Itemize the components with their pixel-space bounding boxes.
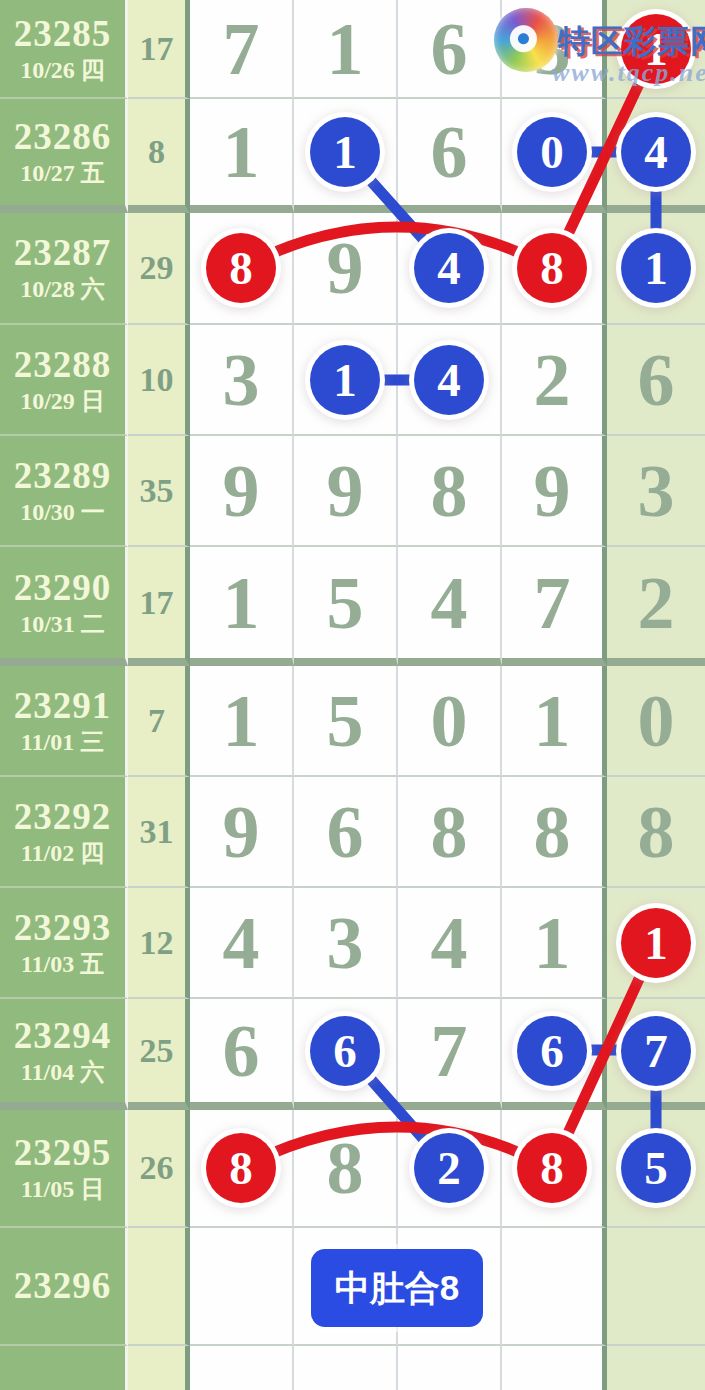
circled-digit-blue: 0 bbox=[517, 117, 587, 187]
digit-cell: 6 bbox=[607, 325, 705, 436]
sum-cell: 12 bbox=[128, 888, 190, 999]
draw-row-23285: 2328510/26 四1771631 bbox=[0, 0, 705, 99]
digit: 1 bbox=[223, 115, 260, 189]
circled-digit-red: 1 bbox=[621, 14, 691, 84]
sum-cell: 25 bbox=[128, 999, 190, 1110]
digit-cell: 8 bbox=[502, 213, 607, 325]
issue-cell: 2329311/03 五 bbox=[0, 888, 128, 999]
issue-cell: 2329111/01 三 bbox=[0, 666, 128, 777]
digit-cell: 9 bbox=[294, 213, 398, 325]
digit: 5 bbox=[327, 566, 364, 640]
digit-cell: 6 bbox=[294, 777, 398, 888]
digit: 1 bbox=[327, 12, 364, 86]
digit-cell bbox=[502, 1228, 607, 1346]
issue-date: 10/30 一 bbox=[20, 497, 105, 527]
digit: 0 bbox=[431, 684, 468, 758]
issue-cell: 2328510/26 四 bbox=[0, 0, 128, 99]
digit-cell: 5 bbox=[607, 1110, 705, 1228]
circled-digit-blue: 7 bbox=[621, 1016, 691, 1086]
circled-digit-red: 8 bbox=[206, 1133, 276, 1203]
issue-number: 23296 bbox=[14, 1265, 112, 1307]
issue-cell: 23296 bbox=[0, 1228, 128, 1346]
circled-digit-blue: 1 bbox=[310, 345, 380, 415]
draw-row-23290: 2329010/31 二1715472 bbox=[0, 547, 705, 666]
sum-cell: 17 bbox=[128, 547, 190, 666]
circled-digit-blue: 6 bbox=[310, 1016, 380, 1086]
digit: 1 bbox=[223, 566, 260, 640]
digit-cell: 8 bbox=[398, 436, 502, 547]
sum-cell: 31 bbox=[128, 777, 190, 888]
digit: 6 bbox=[431, 12, 468, 86]
digit: 8 bbox=[638, 795, 675, 869]
digit: 8 bbox=[431, 454, 468, 528]
digit: 8 bbox=[327, 1131, 364, 1205]
digit-cell: 1 bbox=[294, 325, 398, 436]
circled-digit-red: 8 bbox=[206, 233, 276, 303]
digit: 3 bbox=[327, 906, 364, 980]
digit-cell: 6 bbox=[398, 0, 502, 99]
digit: 0 bbox=[638, 684, 675, 758]
digit-cell: 6 bbox=[294, 999, 398, 1110]
draw-row-23295: 2329511/05 日2688285 bbox=[0, 1110, 705, 1228]
issue-number: 23289 bbox=[14, 455, 112, 497]
digit-cell: 2 bbox=[607, 547, 705, 666]
digit: 4 bbox=[223, 906, 260, 980]
digit-cell: 1 bbox=[190, 547, 294, 666]
draw-row-23292: 2329211/02 四3196888 bbox=[0, 777, 705, 888]
draw-row-23288: 2328810/29 日1031426 bbox=[0, 325, 705, 436]
circled-digit-blue: 4 bbox=[414, 345, 484, 415]
issue-date: 11/03 五 bbox=[21, 949, 104, 979]
digit-cell: 4 bbox=[398, 325, 502, 436]
digit: 1 bbox=[534, 906, 571, 980]
digit-cell: 8 bbox=[502, 1110, 607, 1228]
draw-rows: 2328510/26 四17716312328610/27 五811604232… bbox=[0, 0, 705, 1390]
issue-date: 11/04 六 bbox=[21, 1057, 104, 1087]
sum-cell: 10 bbox=[128, 325, 190, 436]
digit: 3 bbox=[534, 12, 571, 86]
digit-cell: 9 bbox=[190, 436, 294, 547]
circled-digit-red: 8 bbox=[517, 1133, 587, 1203]
issue-cell: 2329511/05 日 bbox=[0, 1110, 128, 1228]
circled-digit-red: 1 bbox=[621, 908, 691, 978]
issue-number: 23294 bbox=[14, 1015, 112, 1057]
digit-cell: 3 bbox=[190, 325, 294, 436]
sum-cell: 8 bbox=[128, 99, 190, 213]
digit-cell: 9 bbox=[294, 436, 398, 547]
digit: 8 bbox=[534, 795, 571, 869]
digit-cell: 9 bbox=[190, 777, 294, 888]
digit: 6 bbox=[223, 1014, 260, 1088]
issue-date: 10/27 五 bbox=[20, 158, 105, 188]
sum-cell: 17 bbox=[128, 0, 190, 99]
draw-row-23293: 2329311/03 五1243411 bbox=[0, 888, 705, 999]
digit-cell: 9 bbox=[502, 436, 607, 547]
circled-digit-blue: 1 bbox=[310, 117, 380, 187]
sum-cell: 29 bbox=[128, 213, 190, 325]
digit: 6 bbox=[638, 343, 675, 417]
issue-date: 11/01 三 bbox=[21, 727, 104, 757]
digit-cell: 8 bbox=[502, 777, 607, 888]
draw-row-23291: 2329111/01 三715010 bbox=[0, 666, 705, 777]
draw-row-23294: 2329411/04 六2566767 bbox=[0, 999, 705, 1110]
partial-cell bbox=[502, 1346, 607, 1390]
issue-date: 10/31 二 bbox=[20, 609, 105, 639]
partial-cell bbox=[0, 1346, 128, 1390]
digit-cell: 1 bbox=[294, 99, 398, 213]
digit-cell: 4 bbox=[398, 213, 502, 325]
issue-cell: 2328910/30 一 bbox=[0, 436, 128, 547]
digit-cell: 7 bbox=[607, 999, 705, 1110]
digit-cell: 4 bbox=[398, 888, 502, 999]
digit: 3 bbox=[638, 454, 675, 528]
digit-cell: 6 bbox=[502, 999, 607, 1110]
digit-cell: 2 bbox=[502, 325, 607, 436]
digit: 4 bbox=[431, 566, 468, 640]
digit-cell: 1 bbox=[502, 666, 607, 777]
digit-cell: 8 bbox=[398, 777, 502, 888]
digit-cell: 1 bbox=[294, 0, 398, 99]
digit: 5 bbox=[327, 684, 364, 758]
issue-number: 23292 bbox=[14, 796, 112, 838]
digit: 2 bbox=[638, 566, 675, 640]
digit-cell: 1 bbox=[190, 99, 294, 213]
digit-cell: 1 bbox=[607, 888, 705, 999]
circled-digit-blue: 1 bbox=[621, 233, 691, 303]
issue-cell: 2329211/02 四 bbox=[0, 777, 128, 888]
digit: 8 bbox=[431, 795, 468, 869]
digit-cell: 1 bbox=[607, 213, 705, 325]
digit-cell: 5 bbox=[294, 666, 398, 777]
issue-date: 10/26 四 bbox=[20, 55, 105, 85]
digit: 1 bbox=[534, 684, 571, 758]
digit-cell: 1 bbox=[607, 0, 705, 99]
digit: 7 bbox=[534, 566, 571, 640]
issue-date: 10/29 日 bbox=[20, 386, 105, 416]
circled-digit-blue: 6 bbox=[517, 1016, 587, 1086]
digit-cell: 7 bbox=[398, 999, 502, 1110]
digit-cell: 8 bbox=[294, 1110, 398, 1228]
issue-cell: 2329010/31 二 bbox=[0, 547, 128, 666]
digit-cell: 7 bbox=[502, 547, 607, 666]
digit: 9 bbox=[223, 795, 260, 869]
digit: 4 bbox=[431, 906, 468, 980]
digit-cell: 1 bbox=[502, 888, 607, 999]
digit: 3 bbox=[223, 343, 260, 417]
issue-number: 23288 bbox=[14, 344, 112, 386]
sum-cell: 26 bbox=[128, 1110, 190, 1228]
issue-date: 11/05 日 bbox=[21, 1174, 104, 1204]
issue-number: 23293 bbox=[14, 907, 112, 949]
digit: 2 bbox=[534, 343, 571, 417]
digit: 9 bbox=[534, 454, 571, 528]
bottom-partial-row bbox=[0, 1346, 705, 1390]
digit-cell: 8 bbox=[190, 213, 294, 325]
issue-number: 23291 bbox=[14, 685, 112, 727]
digit: 1 bbox=[223, 684, 260, 758]
digit: 7 bbox=[223, 12, 260, 86]
lottery-trend-board: 2328510/26 四17716312328610/27 五811604232… bbox=[0, 0, 705, 1390]
digit: 6 bbox=[431, 115, 468, 189]
issue-cell: 2328710/28 六 bbox=[0, 213, 128, 325]
digit-cell: 3 bbox=[607, 436, 705, 547]
digit-cell: 3 bbox=[294, 888, 398, 999]
digit-cell: 4 bbox=[190, 888, 294, 999]
issue-number: 23285 bbox=[14, 13, 112, 55]
digit: 9 bbox=[223, 454, 260, 528]
partial-cell bbox=[607, 1346, 705, 1390]
digit-cell: 3 bbox=[502, 0, 607, 99]
digit-cell: 4 bbox=[607, 99, 705, 213]
digit-cell: 8 bbox=[607, 777, 705, 888]
digit: 9 bbox=[327, 454, 364, 528]
partial-cell bbox=[190, 1346, 294, 1390]
circled-digit-blue: 4 bbox=[414, 233, 484, 303]
draw-row-23287: 2328710/28 六2989481 bbox=[0, 213, 705, 325]
sum-cell: 35 bbox=[128, 436, 190, 547]
digit-cell: 8 bbox=[190, 1110, 294, 1228]
digit-cell: 6 bbox=[398, 99, 502, 213]
issue-cell: 2329411/04 六 bbox=[0, 999, 128, 1110]
digit: 6 bbox=[327, 795, 364, 869]
digit-cell bbox=[607, 1228, 705, 1346]
draw-row-23286: 2328610/27 五811604 bbox=[0, 99, 705, 213]
partial-cell bbox=[398, 1346, 502, 1390]
partial-cell bbox=[294, 1346, 398, 1390]
partial-cell bbox=[128, 1346, 190, 1390]
digit: 7 bbox=[431, 1014, 468, 1088]
digit-cell: 0 bbox=[398, 666, 502, 777]
issue-number: 23295 bbox=[14, 1132, 112, 1174]
digit: 9 bbox=[327, 231, 364, 305]
issue-date: 11/02 四 bbox=[21, 838, 104, 868]
circled-digit-blue: 2 bbox=[414, 1133, 484, 1203]
digit-cell: 0 bbox=[502, 99, 607, 213]
issue-cell: 2328610/27 五 bbox=[0, 99, 128, 213]
digit-cell: 0 bbox=[607, 666, 705, 777]
digit-cell bbox=[190, 1228, 294, 1346]
issue-number: 23287 bbox=[14, 232, 112, 274]
issue-date: 10/28 六 bbox=[20, 274, 105, 304]
issue-cell: 2328810/29 日 bbox=[0, 325, 128, 436]
sum-cell: 7 bbox=[128, 666, 190, 777]
digit-cell: 5 bbox=[294, 547, 398, 666]
digit-cell: 6 bbox=[190, 999, 294, 1110]
digit-cell: 7 bbox=[190, 0, 294, 99]
circled-digit-blue: 5 bbox=[621, 1133, 691, 1203]
circled-digit-red: 8 bbox=[517, 233, 587, 303]
issue-number: 23290 bbox=[14, 567, 112, 609]
draw-row-23289: 2328910/30 一3599893 bbox=[0, 436, 705, 547]
circled-digit-blue: 4 bbox=[621, 117, 691, 187]
digit-cell: 1 bbox=[190, 666, 294, 777]
prediction-badge: 中肚合8 bbox=[311, 1249, 483, 1327]
digit-cell: 4 bbox=[398, 547, 502, 666]
issue-number: 23286 bbox=[14, 116, 112, 158]
sum-cell bbox=[128, 1228, 190, 1346]
digit-cell: 2 bbox=[398, 1110, 502, 1228]
